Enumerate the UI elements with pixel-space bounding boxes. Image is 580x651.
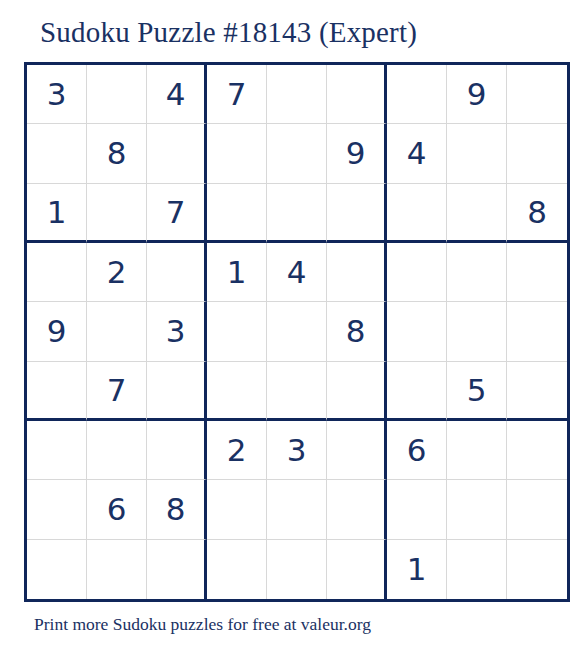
cell-r2c1[interactable] [27,124,87,183]
cell-r9c7[interactable]: 1 [387,540,447,599]
cell-r5c9[interactable] [507,302,567,361]
cell-r4c2[interactable]: 2 [87,243,147,302]
cell-r4c8[interactable] [447,243,507,302]
cell-r4c4[interactable]: 1 [207,243,267,302]
cell-r7c5[interactable]: 3 [267,421,327,480]
cell-r5c2[interactable] [87,302,147,361]
cell-r4c6[interactable] [327,243,387,302]
cell-r6c4[interactable] [207,362,267,421]
cell-r3c5[interactable] [267,184,327,243]
cell-r9c2[interactable] [87,540,147,599]
cell-r5c1[interactable]: 9 [27,302,87,361]
cell-r3c8[interactable] [447,184,507,243]
cell-r7c6[interactable] [327,421,387,480]
cell-r3c1[interactable]: 1 [27,184,87,243]
cell-r1c5[interactable] [267,65,327,124]
cell-r7c7[interactable]: 6 [387,421,447,480]
page-title: Sudoku Puzzle #18143 (Expert) [40,16,417,49]
cell-r8c2[interactable]: 6 [87,480,147,539]
cell-r2c9[interactable] [507,124,567,183]
cell-r2c3[interactable] [147,124,207,183]
cell-r5c4[interactable] [207,302,267,361]
cell-r8c8[interactable] [447,480,507,539]
cell-r3c6[interactable] [327,184,387,243]
cell-r3c9[interactable]: 8 [507,184,567,243]
cell-r4c3[interactable] [147,243,207,302]
cell-r5c7[interactable] [387,302,447,361]
cell-r1c9[interactable] [507,65,567,124]
footer-text: Print more Sudoku puzzles for free at va… [34,614,371,635]
cell-r4c1[interactable] [27,243,87,302]
cell-r1c2[interactable] [87,65,147,124]
cell-r2c4[interactable] [207,124,267,183]
cell-r2c5[interactable] [267,124,327,183]
cell-r9c9[interactable] [507,540,567,599]
cell-r5c8[interactable] [447,302,507,361]
cell-r3c3[interactable]: 7 [147,184,207,243]
cell-r9c6[interactable] [327,540,387,599]
cell-r6c6[interactable] [327,362,387,421]
cell-r8c1[interactable] [27,480,87,539]
cell-r8c6[interactable] [327,480,387,539]
cell-r8c5[interactable] [267,480,327,539]
cell-r9c1[interactable] [27,540,87,599]
cell-r7c3[interactable] [147,421,207,480]
cell-r4c7[interactable] [387,243,447,302]
cell-r1c1[interactable]: 3 [27,65,87,124]
cell-r6c2[interactable]: 7 [87,362,147,421]
cell-r8c7[interactable] [387,480,447,539]
cell-r8c3[interactable]: 8 [147,480,207,539]
cell-r3c4[interactable] [207,184,267,243]
cell-r4c5[interactable]: 4 [267,243,327,302]
sudoku-grid: 347989417821493875236681 [24,62,570,602]
cell-r2c2[interactable]: 8 [87,124,147,183]
cell-r9c4[interactable] [207,540,267,599]
cell-r7c1[interactable] [27,421,87,480]
cell-r1c7[interactable] [387,65,447,124]
cell-r2c7[interactable]: 4 [387,124,447,183]
cell-r2c6[interactable]: 9 [327,124,387,183]
cell-r6c8[interactable]: 5 [447,362,507,421]
cell-r8c4[interactable] [207,480,267,539]
cell-r1c8[interactable]: 9 [447,65,507,124]
cell-r3c2[interactable] [87,184,147,243]
cell-r8c9[interactable] [507,480,567,539]
cell-r6c9[interactable] [507,362,567,421]
cell-r6c3[interactable] [147,362,207,421]
cell-r1c6[interactable] [327,65,387,124]
cell-r6c1[interactable] [27,362,87,421]
cell-r7c4[interactable]: 2 [207,421,267,480]
cell-r1c4[interactable]: 7 [207,65,267,124]
cell-r2c8[interactable] [447,124,507,183]
cell-r6c5[interactable] [267,362,327,421]
cell-r5c5[interactable] [267,302,327,361]
cell-r3c7[interactable] [387,184,447,243]
cell-r5c3[interactable]: 3 [147,302,207,361]
cell-r9c5[interactable] [267,540,327,599]
cell-r9c8[interactable] [447,540,507,599]
cell-r7c8[interactable] [447,421,507,480]
cell-r7c2[interactable] [87,421,147,480]
cell-r4c9[interactable] [507,243,567,302]
cell-r7c9[interactable] [507,421,567,480]
cell-r5c6[interactable]: 8 [327,302,387,361]
cell-r6c7[interactable] [387,362,447,421]
cell-r1c3[interactable]: 4 [147,65,207,124]
cell-r9c3[interactable] [147,540,207,599]
